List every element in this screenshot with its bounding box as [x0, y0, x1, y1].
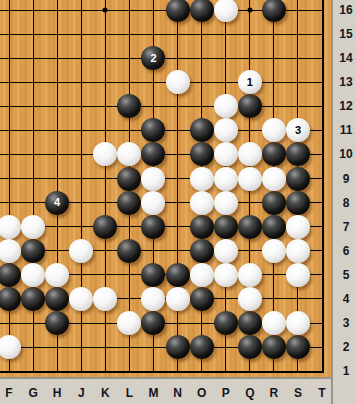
go-board-app: 2413 16151413121110987654321 FGHJKLMNOPQ…: [0, 0, 356, 404]
row-label-4: 4: [343, 292, 350, 306]
row-coordinate-strip: 16151413121110987654321: [331, 0, 356, 404]
stone-black-L9[interactable]: [117, 167, 141, 191]
stone-black-S8[interactable]: [286, 191, 310, 215]
stone-white-Q5[interactable]: [238, 263, 262, 287]
row-label-14: 14: [339, 51, 352, 65]
stone-black-S2[interactable]: [286, 335, 310, 359]
row-label-8: 8: [343, 196, 350, 210]
stone-white-R9[interactable]: [262, 167, 286, 191]
grid-line-row-12: [0, 106, 324, 107]
stone-black-O4[interactable]: [190, 287, 214, 311]
go-board[interactable]: 2413: [0, 0, 331, 377]
row-label-9: 9: [343, 172, 350, 186]
row-label-3: 3: [343, 316, 350, 330]
stone-white-O8[interactable]: [190, 191, 214, 215]
stone-black-N16[interactable]: [166, 0, 190, 22]
stone-white-P12[interactable]: [214, 94, 238, 118]
stone-black-O16[interactable]: [190, 0, 214, 22]
stone-white-R3[interactable]: [262, 311, 286, 335]
stone-white-G7[interactable]: [21, 215, 45, 239]
stone-white-Q9[interactable]: [238, 167, 262, 191]
star-point-Q16: [247, 8, 252, 13]
stone-black-H8-move-4[interactable]: 4: [45, 191, 69, 215]
grid-line-col-J: [81, 0, 82, 372]
stone-white-P6[interactable]: [214, 239, 238, 263]
stone-white-K10[interactable]: [93, 142, 117, 166]
stone-white-Q13-move-1[interactable]: 1: [238, 70, 262, 94]
stone-white-M8[interactable]: [141, 191, 165, 215]
stone-white-J4[interactable]: [69, 287, 93, 311]
stone-black-O10[interactable]: [190, 142, 214, 166]
grid-line-col-G: [33, 0, 34, 372]
stone-white-L3[interactable]: [117, 311, 141, 335]
stone-black-F4[interactable]: [0, 287, 21, 311]
grid-line-col-T: [322, 0, 324, 372]
stone-black-F5[interactable]: [0, 263, 21, 287]
col-label-T: T: [318, 386, 325, 400]
stone-black-M5[interactable]: [141, 263, 165, 287]
stone-white-H5[interactable]: [45, 263, 69, 287]
col-label-G: G: [28, 386, 37, 400]
stone-black-Q2[interactable]: [238, 335, 262, 359]
col-label-Q: Q: [245, 386, 254, 400]
stone-white-F2[interactable]: [0, 335, 21, 359]
stone-black-Q12[interactable]: [238, 94, 262, 118]
row-label-15: 15: [339, 27, 352, 41]
stone-black-N2[interactable]: [166, 335, 190, 359]
stone-black-R16[interactable]: [262, 0, 286, 22]
stone-white-M4[interactable]: [141, 287, 165, 311]
row-label-16: 16: [339, 3, 352, 17]
stone-black-L6[interactable]: [117, 239, 141, 263]
column-coordinate-strip: FGHJKLMNOPQRST: [0, 377, 331, 404]
stone-black-H4[interactable]: [45, 287, 69, 311]
stone-white-N13[interactable]: [166, 70, 190, 94]
col-label-H: H: [53, 386, 62, 400]
row-label-12: 12: [339, 99, 352, 113]
stone-black-M11[interactable]: [141, 118, 165, 142]
col-label-F: F: [5, 386, 12, 400]
stone-white-P16[interactable]: [214, 0, 238, 22]
stone-black-M7[interactable]: [141, 215, 165, 239]
stone-black-R10[interactable]: [262, 142, 286, 166]
col-label-M: M: [148, 386, 158, 400]
grid-line-row-1: [0, 371, 324, 373]
stone-white-Q4[interactable]: [238, 287, 262, 311]
stone-black-R2[interactable]: [262, 335, 286, 359]
stone-black-P7[interactable]: [214, 215, 238, 239]
grid-line-row-15: [0, 34, 324, 35]
stone-black-L12[interactable]: [117, 94, 141, 118]
stone-white-S5[interactable]: [286, 263, 310, 287]
col-label-L: L: [126, 386, 133, 400]
col-label-O: O: [197, 386, 206, 400]
col-label-S: S: [294, 386, 302, 400]
row-label-13: 13: [339, 75, 352, 89]
col-label-R: R: [270, 386, 279, 400]
stone-white-P8[interactable]: [214, 191, 238, 215]
stone-white-N4[interactable]: [166, 287, 190, 311]
col-label-N: N: [173, 386, 182, 400]
stone-white-P10[interactable]: [214, 142, 238, 166]
stone-white-P5[interactable]: [214, 263, 238, 287]
stone-white-G5[interactable]: [21, 263, 45, 287]
stone-black-S9[interactable]: [286, 167, 310, 191]
row-label-6: 6: [343, 244, 350, 258]
stone-white-F6[interactable]: [0, 239, 21, 263]
row-label-10: 10: [339, 147, 352, 161]
grid-line-row-13: [0, 82, 324, 83]
stone-white-S11-move-3[interactable]: 3: [286, 118, 310, 142]
stone-white-P9[interactable]: [214, 167, 238, 191]
stone-black-M3[interactable]: [141, 311, 165, 335]
stone-white-R6[interactable]: [262, 239, 286, 263]
stone-black-N5[interactable]: [166, 263, 190, 287]
stone-white-S7[interactable]: [286, 215, 310, 239]
stone-black-H3[interactable]: [45, 311, 69, 335]
stone-white-J6[interactable]: [69, 239, 93, 263]
row-label-2: 2: [343, 340, 350, 354]
stone-white-S3[interactable]: [286, 311, 310, 335]
row-label-11: 11: [340, 123, 353, 137]
row-label-5: 5: [343, 268, 350, 282]
grid-line-col-F: [9, 0, 10, 372]
stone-black-Q7[interactable]: [238, 215, 262, 239]
stone-black-O2[interactable]: [190, 335, 214, 359]
row-label-1: 1: [343, 364, 350, 378]
stone-black-R7[interactable]: [262, 215, 286, 239]
stone-black-G6[interactable]: [21, 239, 45, 263]
stone-black-O11[interactable]: [190, 118, 214, 142]
col-label-P: P: [222, 386, 230, 400]
stone-black-L8[interactable]: [117, 191, 141, 215]
stone-white-Q10[interactable]: [238, 142, 262, 166]
stone-white-K4[interactable]: [93, 287, 117, 311]
stone-black-O7[interactable]: [190, 215, 214, 239]
row-label-7: 7: [343, 220, 350, 234]
stone-black-S10[interactable]: [286, 142, 310, 166]
stone-white-S6[interactable]: [286, 239, 310, 263]
stone-black-R8[interactable]: [262, 191, 286, 215]
stone-white-L10[interactable]: [117, 142, 141, 166]
stone-black-O6[interactable]: [190, 239, 214, 263]
stone-white-R11[interactable]: [262, 118, 286, 142]
grid-line-col-N: [177, 0, 178, 372]
col-label-K: K: [101, 386, 110, 400]
stone-black-M14-move-2[interactable]: 2: [141, 46, 165, 70]
stone-white-O5[interactable]: [190, 263, 214, 287]
stone-black-Q3[interactable]: [238, 311, 262, 335]
grid-line-col-K: [105, 0, 106, 372]
star-point-K16: [103, 8, 108, 13]
stone-white-O9[interactable]: [190, 167, 214, 191]
stone-white-P11[interactable]: [214, 118, 238, 142]
stone-black-M10[interactable]: [141, 142, 165, 166]
col-label-J: J: [78, 386, 85, 400]
stone-black-K7[interactable]: [93, 215, 117, 239]
stone-black-G4[interactable]: [21, 287, 45, 311]
stone-white-M9[interactable]: [141, 167, 165, 191]
stone-black-P3[interactable]: [214, 311, 238, 335]
stone-white-F7[interactable]: [0, 215, 21, 239]
